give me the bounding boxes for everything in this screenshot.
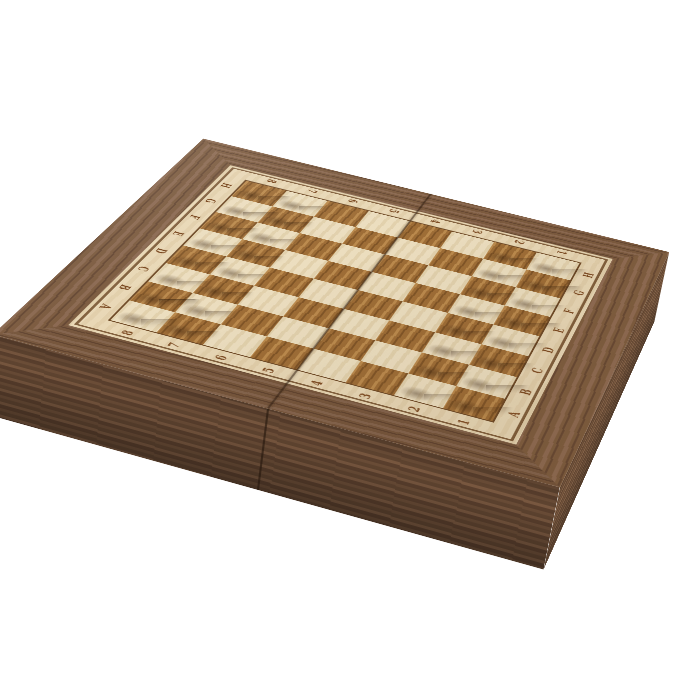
- chess-board: 8877665544332211HHGGFFEEDDCCBBAA♜♞♟♝♟♚♟♛…: [0, 139, 669, 488]
- fold-seam-side: [257, 408, 269, 490]
- photo-scene: 8877665544332211HHGGFFEEDDCCBBAA♜♞♟♝♟♚♟♛…: [0, 0, 700, 700]
